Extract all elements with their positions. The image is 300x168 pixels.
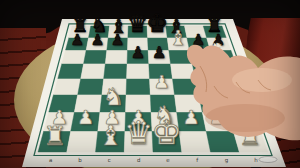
hand-shading bbox=[205, 104, 285, 132]
photo-scene: abcdefgh ♜♞♝♛♚♝♜♟♟♟♝♟♟♟♟♟♞♟♟♟♟♞♟♟♟♜♝♛♚♜ … bbox=[0, 0, 300, 168]
hand-holding-piece: ♞ bbox=[0, 0, 300, 168]
